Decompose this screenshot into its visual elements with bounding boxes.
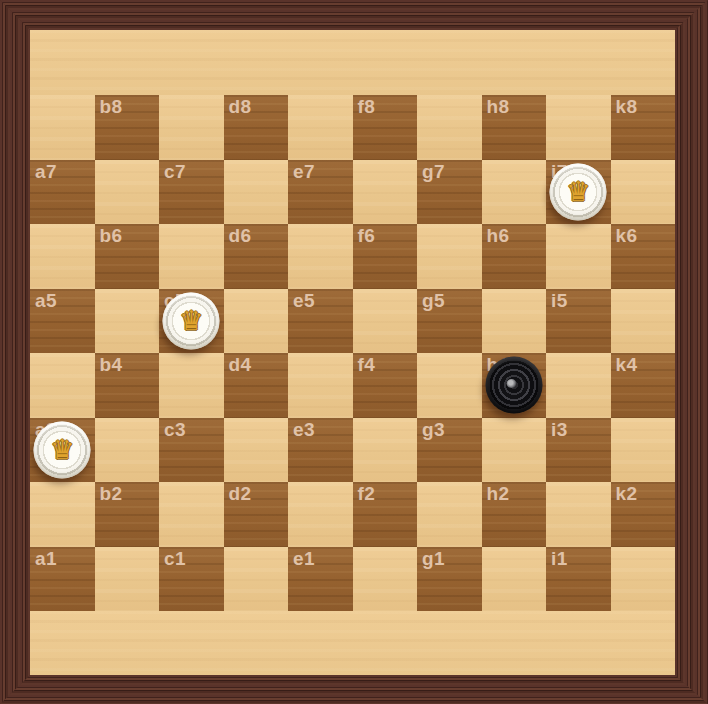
square-h5[interactable]	[482, 289, 547, 354]
square-label: i3	[551, 418, 568, 441]
square-label: e1	[293, 547, 315, 570]
square-label: a7	[35, 160, 57, 183]
square-h2[interactable]: h2	[482, 482, 547, 547]
square-a4[interactable]	[30, 353, 95, 418]
crown-icon: ♛	[566, 177, 590, 204]
square-e4[interactable]	[288, 353, 353, 418]
square-label: e3	[293, 418, 315, 441]
square-e1[interactable]: e1	[288, 547, 353, 612]
square-a6[interactable]	[30, 224, 95, 289]
board-frame-left	[0, 0, 30, 704]
square-label: g3	[422, 418, 445, 441]
square-f4[interactable]: f4	[353, 353, 418, 418]
square-e2[interactable]	[288, 482, 353, 547]
square-g7[interactable]: g7	[417, 160, 482, 225]
square-label: c1	[164, 547, 186, 570]
board-margin-top	[30, 30, 675, 95]
square-label: d4	[229, 353, 252, 376]
square-d1[interactable]	[224, 547, 289, 612]
square-label: d8	[229, 95, 252, 118]
square-label: e7	[293, 160, 315, 183]
square-g3[interactable]: g3	[417, 418, 482, 483]
square-k6[interactable]: k6	[611, 224, 676, 289]
square-h1[interactable]	[482, 547, 547, 612]
square-i3[interactable]: i3	[546, 418, 611, 483]
square-label: k8	[616, 95, 638, 118]
square-c6[interactable]	[159, 224, 224, 289]
board-frame-bottom	[0, 675, 708, 704]
board-frame-top	[0, 0, 708, 30]
square-b8[interactable]: b8	[95, 95, 160, 160]
crown-icon: ♛	[50, 435, 74, 462]
square-e8[interactable]	[288, 95, 353, 160]
square-c3[interactable]: c3	[159, 418, 224, 483]
square-k3[interactable]	[611, 418, 676, 483]
square-label: c3	[164, 418, 186, 441]
board-margin-bottom	[30, 611, 675, 675]
square-b6[interactable]: b6	[95, 224, 160, 289]
square-g1[interactable]: g1	[417, 547, 482, 612]
white-king-piece[interactable]: ♛	[550, 163, 607, 220]
square-c4[interactable]	[159, 353, 224, 418]
square-h4[interactable]: h4	[482, 353, 547, 418]
square-g6[interactable]	[417, 224, 482, 289]
square-k5[interactable]	[611, 289, 676, 354]
square-g5[interactable]: g5	[417, 289, 482, 354]
square-label: i1	[551, 547, 568, 570]
square-label: b8	[100, 95, 123, 118]
square-g2[interactable]	[417, 482, 482, 547]
square-e6[interactable]	[288, 224, 353, 289]
square-f2[interactable]: f2	[353, 482, 418, 547]
square-f1[interactable]	[353, 547, 418, 612]
square-d2[interactable]: d2	[224, 482, 289, 547]
square-c1[interactable]: c1	[159, 547, 224, 612]
square-label: c7	[164, 160, 186, 183]
square-label: h2	[487, 482, 510, 505]
checkers-board-screen: b8d8f8h8k8a7c7e7g7i7♛b6d6f6h6k6a5c5♛e5g5…	[0, 0, 708, 704]
square-label: e5	[293, 289, 315, 312]
square-label: f8	[358, 95, 376, 118]
square-k2[interactable]: k2	[611, 482, 676, 547]
square-g4[interactable]	[417, 353, 482, 418]
square-h8[interactable]: h8	[482, 95, 547, 160]
square-a3[interactable]: a3♛	[30, 418, 95, 483]
square-e3[interactable]: e3	[288, 418, 353, 483]
square-k7[interactable]	[611, 160, 676, 225]
square-label: f6	[358, 224, 376, 247]
square-b7[interactable]	[95, 160, 160, 225]
square-a7[interactable]: a7	[30, 160, 95, 225]
square-d3[interactable]	[224, 418, 289, 483]
square-label: d6	[229, 224, 252, 247]
square-b3[interactable]	[95, 418, 160, 483]
square-i8[interactable]	[546, 95, 611, 160]
square-i4[interactable]	[546, 353, 611, 418]
square-g8[interactable]	[417, 95, 482, 160]
square-b2[interactable]: b2	[95, 482, 160, 547]
square-e7[interactable]: e7	[288, 160, 353, 225]
board-frame-right	[675, 0, 708, 704]
square-h7[interactable]	[482, 160, 547, 225]
square-d7[interactable]	[224, 160, 289, 225]
white-king-piece[interactable]: ♛	[163, 292, 220, 349]
square-f7[interactable]	[353, 160, 418, 225]
square-k4[interactable]: k4	[611, 353, 676, 418]
square-label: b2	[100, 482, 123, 505]
square-e5[interactable]: e5	[288, 289, 353, 354]
square-label: g5	[422, 289, 445, 312]
square-d4[interactable]: d4	[224, 353, 289, 418]
square-label: k2	[616, 482, 638, 505]
square-i1[interactable]: i1	[546, 547, 611, 612]
square-a8[interactable]	[30, 95, 95, 160]
black-man-piece[interactable]	[485, 357, 542, 414]
square-label: f4	[358, 353, 376, 376]
square-label: g7	[422, 160, 445, 183]
square-f8[interactable]: f8	[353, 95, 418, 160]
square-c8[interactable]	[159, 95, 224, 160]
square-k1[interactable]	[611, 547, 676, 612]
white-king-piece[interactable]: ♛	[34, 421, 91, 478]
square-label: a5	[35, 289, 57, 312]
square-label: k4	[616, 353, 638, 376]
square-c5[interactable]: c5♛	[159, 289, 224, 354]
square-a5[interactable]: a5	[30, 289, 95, 354]
square-b4[interactable]: b4	[95, 353, 160, 418]
square-label: k6	[616, 224, 638, 247]
square-h3[interactable]	[482, 418, 547, 483]
square-label: b6	[100, 224, 123, 247]
square-label: b4	[100, 353, 123, 376]
board-grid: b8d8f8h8k8a7c7e7g7i7♛b6d6f6h6k6a5c5♛e5g5…	[30, 95, 675, 611]
square-label: i5	[551, 289, 568, 312]
square-i6[interactable]	[546, 224, 611, 289]
square-b1[interactable]	[95, 547, 160, 612]
square-i7[interactable]: i7♛	[546, 160, 611, 225]
square-label: d2	[229, 482, 252, 505]
square-label: f2	[358, 482, 376, 505]
square-label: h6	[487, 224, 510, 247]
square-label: h8	[487, 95, 510, 118]
square-b5[interactable]	[95, 289, 160, 354]
square-f6[interactable]: f6	[353, 224, 418, 289]
square-f3[interactable]	[353, 418, 418, 483]
square-a1[interactable]: a1	[30, 547, 95, 612]
square-k8[interactable]: k8	[611, 95, 676, 160]
square-h6[interactable]: h6	[482, 224, 547, 289]
square-d8[interactable]: d8	[224, 95, 289, 160]
crown-icon: ♛	[179, 306, 203, 333]
square-a2[interactable]	[30, 482, 95, 547]
square-d5[interactable]	[224, 289, 289, 354]
square-d6[interactable]: d6	[224, 224, 289, 289]
square-c7[interactable]: c7	[159, 160, 224, 225]
square-i2[interactable]	[546, 482, 611, 547]
square-label: g1	[422, 547, 445, 570]
square-i5[interactable]: i5	[546, 289, 611, 354]
square-c2[interactable]	[159, 482, 224, 547]
square-f5[interactable]	[353, 289, 418, 354]
board: b8d8f8h8k8a7c7e7g7i7♛b6d6f6h6k6a5c5♛e5g5…	[30, 30, 675, 675]
square-label: a1	[35, 547, 57, 570]
